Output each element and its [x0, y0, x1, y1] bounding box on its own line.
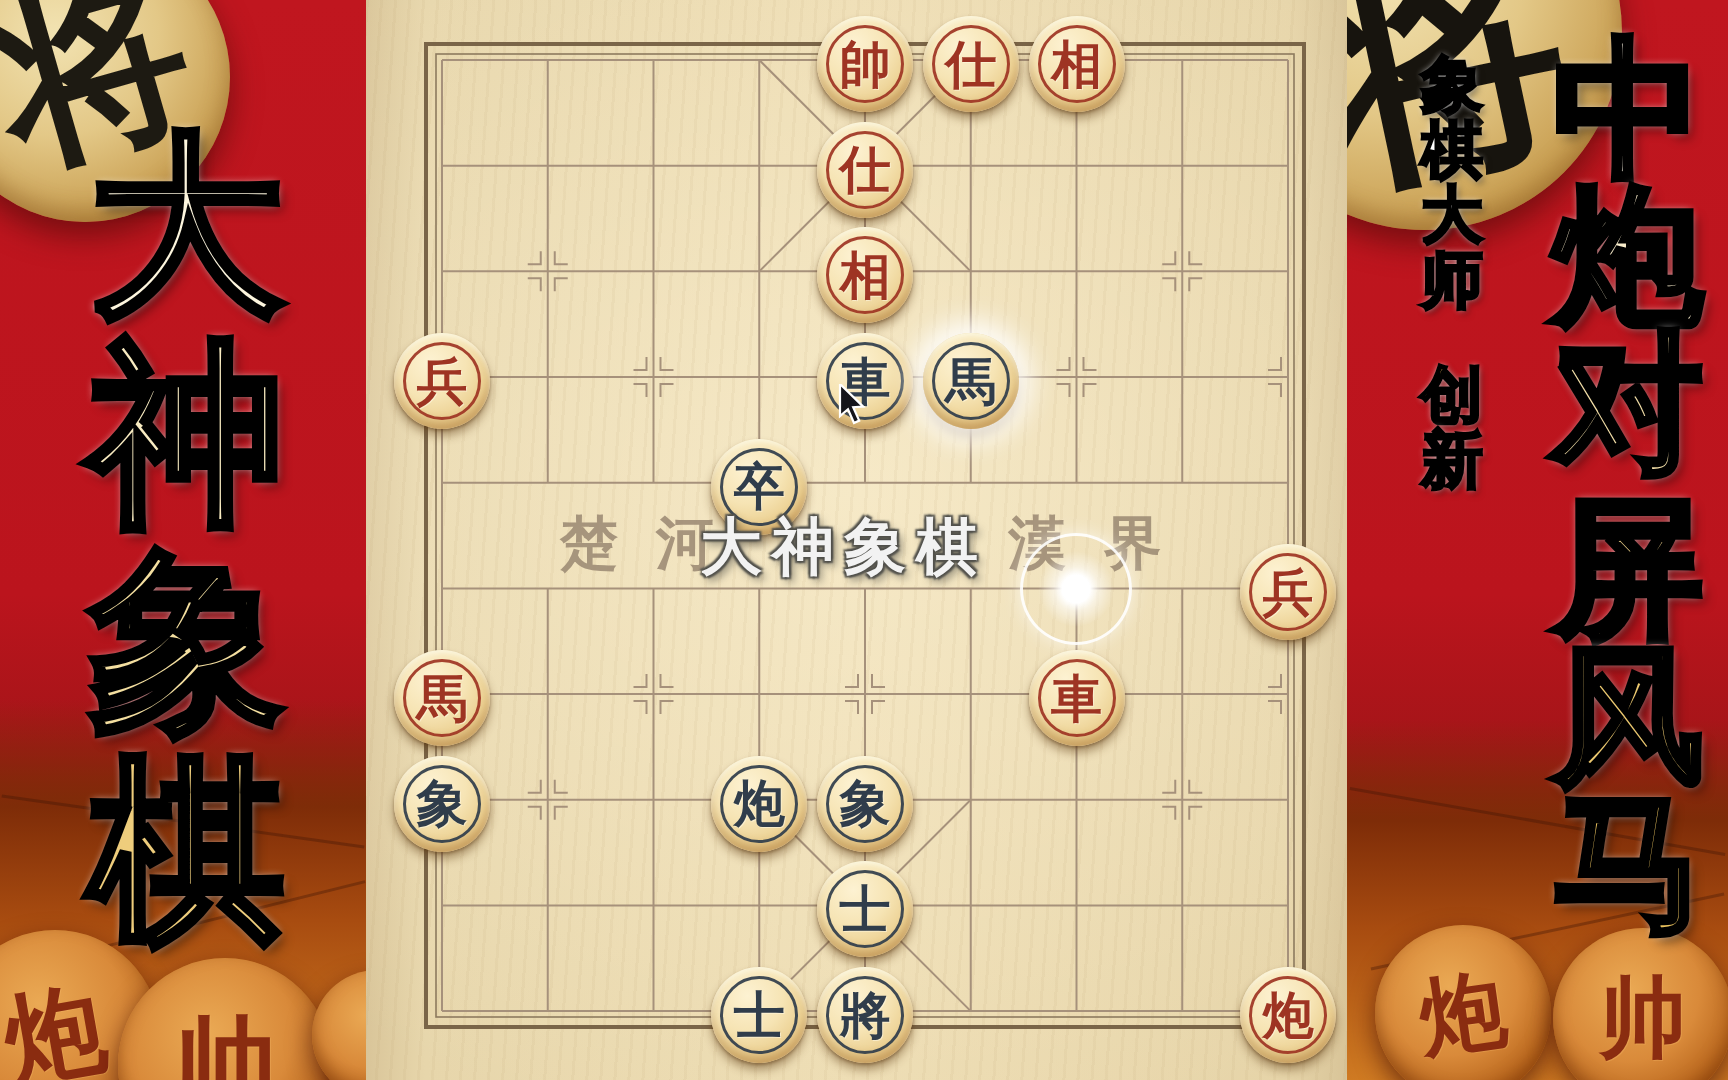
piece-character: 象 — [417, 778, 468, 829]
piece-character: 兵 — [1263, 567, 1314, 618]
right-panel-subtitle-accent: 创新 — [1410, 362, 1494, 492]
right-panel-main-title: 中炮对屏风马 — [1538, 34, 1718, 935]
right-decorative-panel: 将 炮 帅 象棋大师 创新 中炮对屏风马 — [1347, 0, 1728, 1080]
piece-black-advisor[interactable]: 士 — [817, 861, 913, 957]
title-char: 马 — [1553, 788, 1703, 938]
piece-red-soldier[interactable]: 兵 — [394, 333, 490, 429]
title-char: 创 — [1421, 362, 1483, 427]
piece-character: 象 — [840, 778, 891, 829]
left-decorative-panel: 将 炮 帅 大神象棋 — [0, 0, 366, 1080]
piece-black-elephant[interactable]: 象 — [394, 756, 490, 852]
piece-black-horse[interactable]: 馬 — [923, 333, 1019, 429]
title-char: 新 — [1421, 427, 1483, 492]
piece-character: 仕 — [840, 144, 891, 195]
piece-red-advisor[interactable]: 仕 — [817, 122, 913, 218]
piece-character: 兵 — [417, 356, 468, 407]
title-char: 大 — [1421, 182, 1483, 247]
title-char: 象 — [89, 544, 285, 740]
title-char: 象 — [1421, 52, 1483, 117]
piece-character: 炮 — [1263, 990, 1314, 1041]
piece-red-advisor[interactable]: 仕 — [923, 16, 1019, 112]
piece-character: 仕 — [945, 39, 996, 90]
title-char: 屏 — [1553, 494, 1703, 644]
photo-piece-pao-char: 炮 — [0, 977, 113, 1080]
piece-black-advisor[interactable]: 士 — [711, 967, 807, 1063]
piece-character: 士 — [734, 990, 785, 1041]
piece-black-cannon[interactable]: 炮 — [711, 756, 807, 852]
piece-black-elephant[interactable]: 象 — [817, 756, 913, 852]
piece-character: 相 — [840, 250, 891, 301]
title-char: 神 — [89, 336, 285, 532]
click-effect-ring — [1020, 533, 1132, 645]
piece-character: 馬 — [417, 673, 468, 724]
piece-red-elephant[interactable]: 相 — [817, 227, 913, 323]
piece-red-elephant[interactable]: 相 — [1029, 16, 1125, 112]
piece-red-chariot[interactable]: 車 — [1029, 650, 1125, 746]
title-char: 对 — [1553, 328, 1703, 478]
piece-character: 車 — [1051, 673, 1102, 724]
photo-piece-pao-right-char: 炮 — [1414, 964, 1511, 1061]
title-char: 师 — [1421, 247, 1483, 312]
mouse-cursor — [838, 384, 872, 426]
title-char: 风 — [1553, 641, 1703, 791]
video-watermark: 大神象棋 — [700, 505, 988, 589]
title-char: 炮 — [1553, 181, 1703, 331]
piece-red-horse[interactable]: 馬 — [394, 650, 490, 746]
piece-character: 將 — [840, 990, 891, 1041]
piece-red-cannon[interactable]: 炮 — [1240, 967, 1336, 1063]
piece-character: 士 — [840, 884, 891, 935]
piece-red-general[interactable]: 帥 — [817, 16, 913, 112]
piece-character: 相 — [1051, 39, 1102, 90]
screenshot-stage: 将 炮 帅 大神象棋 楚河 漢界 帥仕相仕相兵車馬卒兵馬車象炮象士士將炮 将 炮 — [0, 0, 1728, 1080]
title-char: 中 — [1553, 34, 1703, 184]
piece-character: 馬 — [945, 356, 996, 407]
photo-piece-shuai-char: 帅 — [173, 1013, 277, 1080]
photo-piece-shuai-right-char: 帅 — [1599, 974, 1687, 1062]
title-char: 棋 — [1421, 117, 1483, 182]
title-char: 大 — [89, 128, 285, 324]
right-panel-subtitle: 象棋大师 — [1410, 52, 1494, 312]
piece-black-general[interactable]: 將 — [817, 967, 913, 1063]
left-panel-title: 大神象棋 — [62, 128, 312, 960]
piece-character: 帥 — [840, 39, 891, 90]
piece-red-soldier[interactable]: 兵 — [1240, 544, 1336, 640]
piece-character: 炮 — [734, 778, 785, 829]
title-char: 棋 — [89, 752, 285, 948]
